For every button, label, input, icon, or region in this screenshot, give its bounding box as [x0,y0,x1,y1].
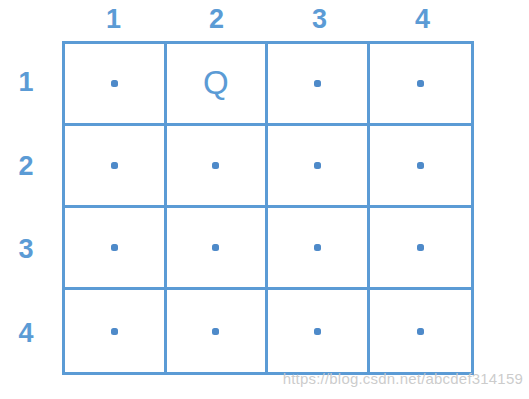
column-label-4: 4 [371,2,474,36]
empty-dot-icon [314,162,321,169]
cell-r4c1 [65,290,167,372]
queen-glyph: Q [203,66,229,99]
cell-r3c4 [370,208,472,290]
column-label-1: 1 [62,2,165,36]
cell-r4c4 [370,290,472,372]
row-label-2: 2 [0,125,52,209]
row-label-4: 4 [0,292,52,376]
row-label-1: 1 [0,41,52,125]
cell-r2c4 [370,126,472,208]
board-diagram: 1234 1234 Q https://blog.csdn.net/abcdef… [0,0,529,399]
board-grid: Q [62,41,474,375]
row-label-3: 3 [0,208,52,292]
cell-r2c2 [167,126,269,208]
cell-r1c4 [370,44,472,126]
column-label-2: 2 [165,2,268,36]
cell-r3c1 [65,208,167,290]
cell-r4c2 [167,290,269,372]
cell-r1c2: Q [167,44,269,126]
empty-dot-icon [111,80,118,87]
empty-dot-icon [111,162,118,169]
watermark-url: https://blog.csdn.net/abcdef314159 [283,370,523,387]
cell-r2c3 [268,126,370,208]
empty-dot-icon [212,162,219,169]
empty-dot-icon [417,244,424,251]
cell-r1c1 [65,44,167,126]
empty-dot-icon [111,244,118,251]
empty-dot-icon [212,328,219,335]
empty-dot-icon [212,244,219,251]
empty-dot-icon [314,244,321,251]
cell-r2c1 [65,126,167,208]
cell-r3c2 [167,208,269,290]
empty-dot-icon [111,328,118,335]
cell-r1c3 [268,44,370,126]
cell-r3c3 [268,208,370,290]
column-labels: 1234 [62,2,474,36]
empty-dot-icon [314,328,321,335]
empty-dot-icon [417,328,424,335]
empty-dot-icon [417,80,424,87]
row-labels: 1234 [0,41,52,375]
empty-dot-icon [314,80,321,87]
empty-dot-icon [417,162,424,169]
cell-r4c3 [268,290,370,372]
column-label-3: 3 [268,2,371,36]
